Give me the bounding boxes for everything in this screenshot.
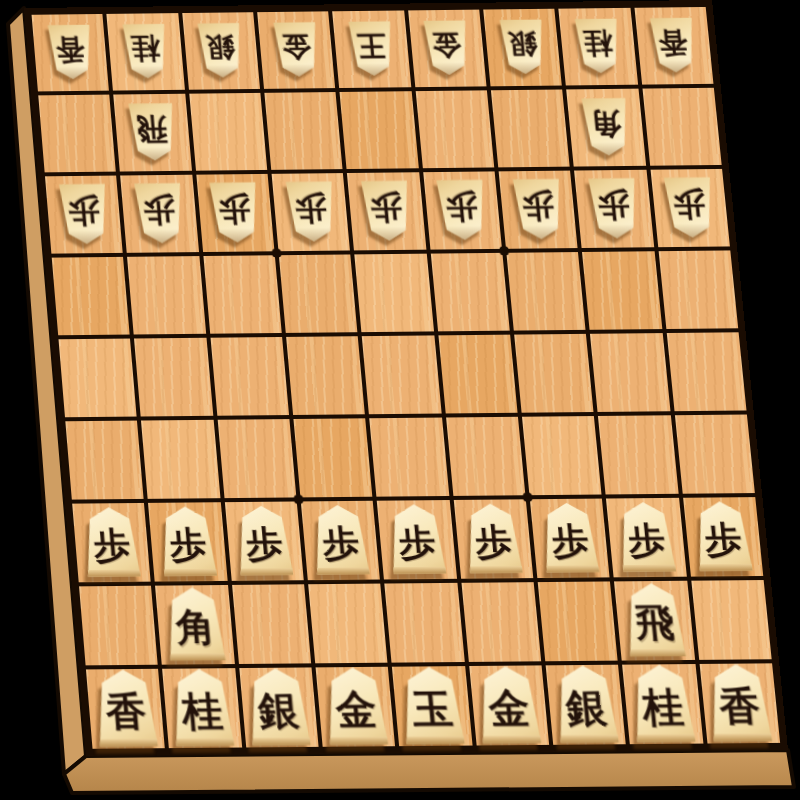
piece-pawn-sente[interactable]: 歩 [157,506,218,576]
board-cell[interactable] [514,334,594,413]
piece-kanji: 金 [431,30,463,59]
board-cell[interactable] [598,415,678,494]
board-cell[interactable]: 歩 [120,175,198,253]
piece-face: 香 [705,664,774,742]
board-cell[interactable]: 銀 [239,667,319,747]
piece-gold-sente[interactable]: 金 [322,667,390,744]
board-cell[interactable] [385,583,465,663]
piece-rook-sente[interactable]: 飛 [622,583,687,657]
piece-lance-sente[interactable]: 香 [705,664,774,742]
piece-face: 香 [649,18,698,73]
piece-face: 玉 [398,667,466,744]
piece-face: 銀 [245,668,313,745]
board-cell[interactable]: 王 [332,10,410,88]
piece-kanji: 玉 [410,689,454,730]
piece-pawn-gote[interactable]: 歩 [209,182,262,242]
piece-knight-gote[interactable]: 桂 [122,24,170,78]
piece-lance-gote[interactable]: 香 [649,18,698,73]
board-cell[interactable] [362,335,441,414]
piece-pawn-sente[interactable]: 歩 [615,502,677,572]
piece-bishop-sente[interactable]: 角 [163,587,227,661]
board-cell[interactable]: 金 [316,667,396,747]
board-cell[interactable] [642,88,721,166]
board-cell[interactable]: 歩 [574,170,653,248]
board-cell[interactable] [59,339,137,418]
piece-kanji: 金 [334,690,378,731]
piece-silver-gote[interactable]: 銀 [498,19,547,74]
piece-kanji: 香 [718,686,763,727]
board-cell[interactable] [340,91,419,169]
board-cell[interactable]: 歩 [499,171,578,249]
board-grid: 香桂銀金王金銀桂香飛角歩歩歩歩歩歩歩歩歩歩歩歩歩歩歩歩歩歩角飛香桂銀金玉金銀桂香 [24,0,788,756]
board-cell[interactable] [264,92,342,170]
piece-kanji: 桂 [641,687,685,728]
piece-face: 香 [92,669,159,746]
piece-kanji: 銀 [564,688,608,729]
board-cell[interactable] [415,90,494,168]
piece-gold-gote[interactable]: 金 [423,20,472,75]
board-cell[interactable]: 金 [469,665,549,745]
piece-face: 歩 [57,184,110,244]
board-bottom-side [64,750,794,793]
board-cell[interactable]: 飛 [614,581,694,661]
piece-pawn-sente[interactable]: 歩 [386,504,447,574]
piece-face: 歩 [209,182,262,242]
piece-pawn-gote[interactable]: 歩 [360,180,414,240]
piece-kanji: 歩 [520,190,555,222]
board-cell[interactable]: 歩 [272,173,351,251]
piece-bishop-gote[interactable]: 角 [580,98,631,156]
board-cell[interactable]: 銀 [182,12,260,90]
board-cell[interactable] [491,89,570,167]
board-cell[interactable]: 金 [257,11,335,89]
board-cell[interactable] [203,255,282,333]
board-cell[interactable]: 桂 [559,8,638,86]
piece-pawn-sente[interactable]: 歩 [310,505,371,575]
piece-face: 歩 [360,180,414,240]
piece-pawn-gote[interactable]: 歩 [663,177,717,238]
piece-face: 歩 [587,178,641,239]
piece-knight-sente[interactable]: 桂 [168,669,235,746]
piece-face: 歩 [511,179,565,240]
piece-face: 銀 [498,19,547,74]
board-cell[interactable]: 歩 [423,171,502,249]
piece-silver-gote[interactable]: 銀 [197,23,245,78]
board-cell[interactable] [430,253,509,332]
piece-face: 飛 [622,583,687,657]
board-cell[interactable]: 桂 [622,664,703,744]
piece-face: 歩 [615,502,677,572]
piece-face: 金 [423,20,472,75]
board-cell[interactable] [675,415,755,494]
board-cell[interactable]: 銀 [546,665,626,745]
piece-face: 歩 [692,501,754,571]
board-cell[interactable]: 歩 [72,503,151,582]
board-cell[interactable]: 香 [86,669,165,749]
piece-pawn-sente[interactable]: 歩 [81,507,142,577]
board-cell[interactable] [210,337,289,416]
piece-face: 桂 [168,669,235,746]
board-cell[interactable] [293,418,372,497]
board-cell[interactable] [217,419,296,498]
piece-kanji: 王 [356,31,387,60]
board-cell[interactable] [52,257,130,335]
board-cell[interactable]: 桂 [162,668,241,748]
piece-kanji: 歩 [703,522,743,559]
piece-kanji: 角 [174,609,216,648]
board-cell[interactable]: 歩 [225,501,304,580]
piece-face: 歩 [284,181,337,241]
board-cell[interactable] [189,93,267,171]
piece-face: 金 [475,666,543,744]
hoshi-dot [522,492,533,502]
piece-face: 香 [46,25,94,79]
piece-kanji: 香 [54,35,85,64]
piece-face: 角 [580,98,631,156]
piece-kanji: 歩 [445,190,480,222]
piece-face: 王 [347,21,395,76]
piece-king-gote[interactable]: 王 [347,21,395,76]
piece-kanji: 歩 [550,523,590,560]
board-cell[interactable]: 飛 [114,94,192,172]
piece-pawn-sente[interactable]: 歩 [462,503,524,573]
board-cell[interactable] [538,581,618,661]
board-cell[interactable]: 歩 [347,172,426,250]
piece-kanji: 飛 [136,114,169,144]
piece-kanji: 歩 [627,522,667,559]
piece-kanji: 銀 [506,29,538,58]
board-cell[interactable] [141,420,220,499]
board-cell[interactable]: 歩 [377,500,457,579]
piece-silver-sente[interactable]: 銀 [245,668,313,745]
piece-kanji: 角 [589,109,622,139]
piece-pawn-gote[interactable]: 歩 [511,179,565,240]
piece-pawn-sente[interactable]: 歩 [234,505,295,575]
piece-kanji: 歩 [245,526,285,563]
board-cell[interactable] [506,252,585,331]
board-cell[interactable] [127,256,205,334]
piece-face: 桂 [574,19,623,74]
board-cell[interactable]: 歩 [196,174,274,252]
board-cell[interactable] [65,421,144,500]
hoshi-dot [271,248,282,258]
board-cell[interactable] [279,254,358,332]
board-cell[interactable]: 玉 [392,666,472,746]
piece-face: 歩 [133,183,186,243]
piece-kanji: 歩 [142,194,176,226]
piece-pawn-gote[interactable]: 歩 [133,183,186,243]
piece-kanji: 歩 [66,195,100,227]
piece-silver-sente[interactable]: 銀 [552,665,620,743]
board-cell[interactable]: 歩 [301,501,380,580]
piece-face: 歩 [663,177,717,238]
piece-face: 金 [322,667,390,744]
piece-kanji: 歩 [92,527,131,564]
piece-kanji: 歩 [293,192,328,224]
board-cell[interactable]: 香 [32,14,110,91]
board-cell[interactable] [286,336,365,415]
board-cell[interactable]: 角 [155,585,234,665]
piece-kanji: 銀 [205,33,236,62]
piece-kanji: 銀 [257,691,301,732]
board-cell[interactable] [38,95,116,173]
board-cell[interactable] [370,418,449,497]
piece-face: 銀 [197,23,245,78]
piece-face: 桂 [122,24,170,78]
piece-face: 歩 [81,507,142,577]
piece-face: 歩 [157,506,218,576]
board-cell[interactable] [232,584,311,664]
piece-kanji: 桂 [180,691,224,732]
piece-kanji: 飛 [634,604,676,643]
piece-kanji: 香 [104,692,148,733]
board-cell[interactable]: 歩 [683,497,763,577]
board-cell[interactable] [79,586,158,666]
hoshi-dot [293,494,304,504]
piece-pawn-gote[interactable]: 歩 [435,179,489,240]
board-cell[interactable]: 香 [699,663,780,743]
piece-kanji: 金 [487,689,531,730]
hoshi-dot [499,246,510,256]
board-cell[interactable] [582,251,662,330]
board-cell[interactable]: 歩 [148,502,227,581]
board-cell[interactable]: 歩 [650,169,730,247]
piece-kanji: 歩 [672,188,707,220]
piece-pawn-sente[interactable]: 歩 [692,501,754,571]
piece-pawn-gote[interactable]: 歩 [284,181,337,241]
piece-gold-sente[interactable]: 金 [475,666,543,744]
piece-face: 桂 [628,665,696,743]
piece-kanji: 歩 [596,189,631,221]
piece-face: 銀 [552,665,620,743]
board-cell[interactable] [446,417,526,496]
piece-kanji: 桂 [582,29,614,58]
board-cell[interactable] [691,580,772,660]
piece-gold-gote[interactable]: 金 [272,22,320,77]
piece-kanji: 歩 [397,524,437,561]
board-cell[interactable]: 歩 [453,499,533,578]
piece-pawn-gote[interactable]: 歩 [57,184,110,244]
piece-kanji: 桂 [130,34,161,63]
piece-rook-gote[interactable]: 飛 [127,103,178,160]
piece-face: 歩 [234,505,295,575]
board-cell[interactable]: 歩 [530,499,610,579]
board-cell[interactable]: 歩 [45,176,123,254]
piece-pawn-sente[interactable]: 歩 [539,503,601,573]
shogi-board: 香桂銀金王金銀桂香飛角歩歩歩歩歩歩歩歩歩歩歩歩歩歩歩歩歩歩角飛香桂銀金玉金銀桂香 [24,0,788,756]
piece-face: 飛 [127,103,178,160]
board-cell[interactable] [522,416,602,495]
board-cell[interactable] [438,335,517,414]
board-cell[interactable]: 歩 [606,498,686,578]
board-cell[interactable]: 銀 [483,9,562,87]
board-cell[interactable]: 桂 [107,13,185,91]
board-cell[interactable] [308,584,388,664]
board-cell[interactable] [658,250,738,329]
piece-face: 歩 [310,505,371,575]
board-cell[interactable]: 金 [408,10,487,88]
shogi-table: Shogi board — standard starting position… [0,0,800,800]
piece-face: 歩 [435,179,489,240]
board-cell[interactable] [461,582,541,662]
piece-kanji: 歩 [369,191,404,223]
piece-kanji: 歩 [218,193,253,225]
piece-face: 歩 [386,504,447,574]
piece-lance-sente[interactable]: 香 [92,669,159,746]
piece-face: 歩 [462,503,524,573]
piece-kanji: 歩 [168,527,208,564]
board-cell[interactable] [666,332,746,411]
piece-kanji: 歩 [474,524,514,561]
piece-knight-gote[interactable]: 桂 [574,19,623,74]
piece-kanji: 金 [280,32,311,61]
board-cell[interactable] [355,254,434,333]
piece-face: 角 [163,587,227,661]
piece-face: 金 [272,22,320,77]
piece-face: 歩 [539,503,601,573]
piece-king-sente[interactable]: 玉 [398,667,466,744]
piece-pawn-gote[interactable]: 歩 [587,178,641,239]
board-cell[interactable] [134,338,213,417]
piece-kanji: 香 [658,28,690,57]
board-cell[interactable]: 角 [567,89,646,167]
piece-kanji: 歩 [321,525,361,562]
board-cell[interactable] [590,333,670,412]
piece-lance-gote[interactable]: 香 [46,25,94,79]
piece-knight-sente[interactable]: 桂 [628,665,696,743]
board-cell[interactable]: 香 [634,7,713,85]
